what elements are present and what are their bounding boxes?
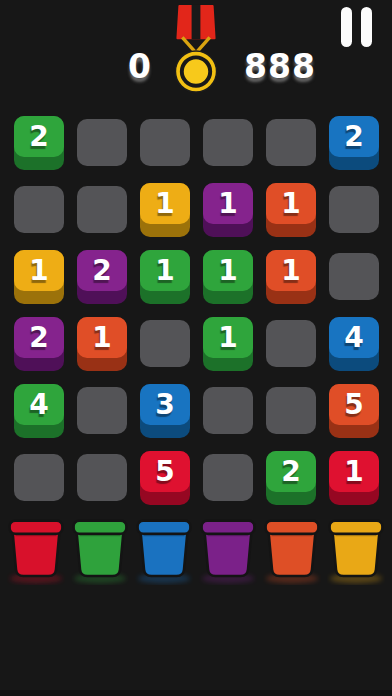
tile-number: 1 (218, 254, 237, 287)
tile-r6c3-red-5[interactable]: 5 (140, 451, 190, 505)
pause-button[interactable] (341, 7, 372, 47)
tile-face: 1 (266, 250, 316, 291)
tile-number: 4 (29, 388, 48, 421)
cell-r2c6-empty (329, 186, 379, 233)
tile-face: 1 (203, 250, 253, 291)
tile-face: 1 (203, 183, 253, 224)
pot-purple-icon (199, 519, 257, 585)
tile-number: 2 (92, 254, 111, 287)
tile-face: 2 (14, 317, 64, 358)
tile-r3c2-purple-2[interactable]: 2 (77, 250, 127, 304)
pots-row (0, 519, 392, 585)
tile-number: 1 (281, 187, 300, 220)
medal-icon (172, 4, 220, 100)
tile-number: 1 (92, 321, 111, 354)
tile-r6c6-red-1[interactable]: 1 (329, 451, 379, 505)
cell-r6c1-empty (14, 454, 64, 501)
tile-number: 3 (155, 388, 174, 421)
pot-blue-icon (135, 519, 193, 585)
cell-r5c5-empty (266, 387, 316, 434)
pot-green-icon (71, 519, 129, 585)
cell-r6c4-empty (203, 454, 253, 501)
tile-number: 2 (29, 321, 48, 354)
pause-icon (341, 7, 352, 47)
tile-number: 1 (281, 254, 300, 287)
tile-r2c3-yellow-1[interactable]: 1 (140, 183, 190, 237)
pause-icon (361, 7, 372, 47)
tile-r1c1-green-2[interactable]: 2 (14, 116, 64, 170)
pot-orange-icon (263, 519, 321, 585)
tile-r4c6-blue-4[interactable]: 4 (329, 317, 379, 371)
pot-yellow[interactable] (327, 519, 385, 585)
cell-r5c2-empty (77, 387, 127, 434)
home-indicator-area (0, 690, 392, 696)
tile-face: 5 (140, 451, 190, 492)
pot-orange[interactable] (263, 519, 321, 585)
tile-number: 5 (344, 388, 363, 421)
cell-r1c3-empty (140, 119, 190, 166)
tile-grid: 22111121112114435521 (14, 116, 379, 505)
tile-r4c1-purple-2[interactable]: 2 (14, 317, 64, 371)
tile-face: 2 (329, 116, 379, 157)
tile-r3c5-orange-1[interactable]: 1 (266, 250, 316, 304)
cell-r2c1-empty (14, 186, 64, 233)
tile-r2c5-orange-1[interactable]: 1 (266, 183, 316, 237)
tile-face: 5 (329, 384, 379, 425)
tile-number: 1 (218, 187, 237, 220)
tile-number: 1 (344, 455, 363, 488)
pot-green[interactable] (71, 519, 129, 585)
cell-r4c5-empty (266, 320, 316, 367)
score-current: 0 (40, 48, 152, 86)
tile-r4c2-orange-1[interactable]: 1 (77, 317, 127, 371)
tile-number: 1 (155, 254, 174, 287)
pot-blue[interactable] (135, 519, 193, 585)
cell-r5c4-empty (203, 387, 253, 434)
tile-face: 1 (77, 317, 127, 358)
tile-r2c4-purple-1[interactable]: 1 (203, 183, 253, 237)
cell-r1c5-empty (266, 119, 316, 166)
tile-number: 4 (344, 321, 363, 354)
tile-face: 2 (266, 451, 316, 492)
tile-number: 2 (344, 120, 363, 153)
tile-r4c4-green-1[interactable]: 1 (203, 317, 253, 371)
tile-r5c3-blue-3[interactable]: 3 (140, 384, 190, 438)
tile-number: 2 (29, 120, 48, 153)
tile-r3c1-yellow-1[interactable]: 1 (14, 250, 64, 304)
tile-number: 1 (155, 187, 174, 220)
tile-r6c5-green-2[interactable]: 2 (266, 451, 316, 505)
tile-number: 5 (155, 455, 174, 488)
cell-r6c2-empty (77, 454, 127, 501)
tile-face: 2 (77, 250, 127, 291)
score-target: 888 (244, 48, 316, 86)
tile-r1c6-blue-2[interactable]: 2 (329, 116, 379, 170)
tile-face: 3 (140, 384, 190, 425)
tile-face: 1 (14, 250, 64, 291)
cell-r3c6-empty (329, 253, 379, 300)
pot-red[interactable] (7, 519, 65, 585)
tile-number: 1 (29, 254, 48, 287)
tile-r3c3-green-1[interactable]: 1 (140, 250, 190, 304)
tile-face: 1 (140, 250, 190, 291)
pot-red-icon (7, 519, 65, 585)
tile-face: 1 (203, 317, 253, 358)
pot-purple[interactable] (199, 519, 257, 585)
cell-r1c2-empty (77, 119, 127, 166)
tile-face: 4 (329, 317, 379, 358)
cell-r2c2-empty (77, 186, 127, 233)
cell-r4c3-empty (140, 320, 190, 367)
cell-r1c4-empty (203, 119, 253, 166)
game-screen: 0 888 22111121112114435521 (0, 0, 392, 696)
tile-face: 1 (266, 183, 316, 224)
tile-face: 1 (140, 183, 190, 224)
tile-face: 2 (14, 116, 64, 157)
tile-r5c1-green-4[interactable]: 4 (14, 384, 64, 438)
pot-yellow-icon (327, 519, 385, 585)
tile-r5c6-orange-5[interactable]: 5 (329, 384, 379, 438)
tile-r3c4-green-1[interactable]: 1 (203, 250, 253, 304)
tile-face: 4 (14, 384, 64, 425)
tile-number: 2 (281, 455, 300, 488)
tile-face: 1 (329, 451, 379, 492)
tile-number: 1 (218, 321, 237, 354)
